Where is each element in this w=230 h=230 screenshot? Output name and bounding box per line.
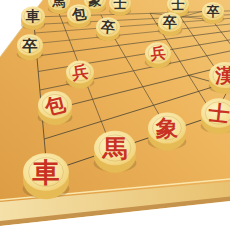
piece-black-soldier[interactable]: 卒 (158, 12, 182, 36)
piece-glyph-horse: 馬 (52, 0, 66, 9)
piece-red-elephant[interactable]: 象 (148, 112, 187, 150)
piece-glyph-chariot: 車 (25, 8, 40, 24)
piece-glyph-general: 漢 (215, 64, 230, 86)
piece-glyph-soldier: 兵 (70, 62, 90, 83)
piece-glyph-soldier: 卒 (21, 37, 38, 55)
piece-black-chariot[interactable]: 車 (21, 6, 45, 30)
piece-glyph-soldier: 卒 (207, 4, 220, 19)
piece-glyph-cannon: 包 (70, 5, 88, 23)
piece-red-horse[interactable]: 馬 (94, 131, 137, 173)
janggi-board-photo: 馬象士士卒包車卒卒卒兵兵漢包士象馬車 (0, 0, 230, 230)
piece-glyph-elephant: 象 (155, 115, 179, 141)
piece-glyph-guard: 士 (206, 99, 230, 126)
piece-red-soldier[interactable]: 兵 (145, 42, 172, 68)
piece-red-soldier[interactable]: 兵 (66, 61, 95, 89)
piece-glyph-soldier: 卒 (99, 18, 116, 35)
piece-red-cannon[interactable]: 包 (38, 91, 73, 125)
piece-black-soldier[interactable]: 卒 (17, 34, 44, 60)
piece-black-cannon[interactable]: 包 (67, 4, 91, 28)
scene: 馬象士士卒包車卒卒卒兵兵漢包士象馬車 (0, 0, 230, 230)
piece-glyph-elephant: 象 (88, 0, 102, 8)
piece-black-soldier[interactable]: 卒 (202, 2, 224, 24)
piece-glyph-soldier: 兵 (148, 44, 167, 64)
piece-black-soldier[interactable]: 卒 (96, 17, 120, 41)
piece-red-chariot[interactable]: 車 (23, 153, 70, 199)
piece-glyph-horse: 馬 (102, 134, 128, 163)
piece-glyph-soldier: 卒 (162, 14, 177, 30)
piece-glyph-chariot: 車 (31, 157, 59, 188)
piece-black-guard[interactable]: 士 (109, 0, 131, 16)
piece-glyph-guard: 士 (114, 0, 127, 11)
piece-glyph-guard: 士 (172, 0, 185, 12)
piece-black-horse[interactable]: 馬 (48, 0, 70, 14)
